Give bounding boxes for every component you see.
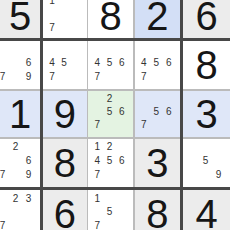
cell-value: 4: [183, 194, 230, 230]
pencil-mark: 7: [0, 219, 9, 230]
box-border-vertical-left: [40, 0, 43, 230]
cell-value: 2: [135, 0, 181, 35]
pencil-marks: 567: [135, 91, 181, 138]
cell-r1c5[interactable]: 6: [183, 0, 230, 38]
cell-value: 5: [0, 0, 40, 35]
cell-value: 3: [183, 91, 230, 138]
cell-r4c3[interactable]: 124567: [88, 139, 133, 188]
cell-r3c1[interactable]: 1: [0, 91, 40, 138]
cell-value: 6: [183, 0, 230, 35]
pencil-mark: 9: [212, 168, 225, 182]
pencil-marks: 2567: [88, 91, 133, 138]
pencil-marks: 4567: [135, 41, 181, 89]
sudoku-board: 5178266794574567456781925675673267981245…: [0, 0, 230, 230]
pencil-mark: 5: [103, 154, 115, 168]
pencil-mark: 5: [150, 106, 163, 119]
cell-r2c4[interactable]: 4567: [135, 41, 181, 89]
pencil-mark: 5: [103, 57, 115, 71]
cell-value: 3: [135, 139, 181, 188]
pencil-mark: 5: [150, 57, 163, 71]
pencil-mark: 2: [103, 93, 115, 106]
pencil-mark: 1: [46, 0, 58, 8]
cell-r2c1[interactable]: 679: [0, 41, 40, 89]
cell-r4c5[interactable]: 59: [183, 139, 230, 188]
cell-r5c3[interactable]: 157: [88, 190, 133, 230]
pencil-mark: 7: [91, 219, 103, 230]
cell-value: 8: [88, 0, 133, 35]
pencil-mark: 2: [103, 141, 115, 155]
pencil-mark: 5: [58, 57, 70, 71]
pencil-marks: 457: [43, 41, 87, 89]
cell-r1c4[interactable]: 2: [135, 0, 181, 38]
cell-r4c2[interactable]: 8: [43, 139, 87, 188]
cell-r4c1[interactable]: 2679: [0, 139, 40, 188]
pencil-mark: 5: [103, 106, 115, 119]
cell-value: 9: [43, 91, 87, 138]
pencil-mark: 3: [22, 192, 35, 206]
pencil-mark: 4: [46, 57, 58, 71]
box-border-horizontal-bottom: [0, 187, 230, 190]
cell-value: 1: [0, 91, 40, 138]
cell-r5c5[interactable]: 4: [183, 190, 230, 230]
cell-value: 8: [43, 139, 87, 188]
cell-r1c2[interactable]: 17: [43, 0, 87, 38]
pencil-marks: 157: [88, 190, 133, 230]
box-border-horizontal-top: [0, 38, 230, 41]
cell-value: 8: [183, 41, 230, 89]
pencil-mark: 6: [22, 154, 35, 168]
cell-r2c3[interactable]: 4567: [88, 41, 133, 89]
cell-r3c4[interactable]: 567: [135, 91, 181, 138]
pencil-mark: 6: [116, 57, 128, 71]
pencil-marks: 59: [183, 139, 230, 188]
pencil-mark: 7: [91, 168, 103, 182]
pencil-mark: 4: [91, 57, 103, 71]
pencil-marks: 237: [0, 190, 40, 230]
cell-r5c4[interactable]: 8: [135, 190, 181, 230]
cell-r3c3[interactable]: 2567: [88, 91, 133, 138]
cell-r3c2[interactable]: 9: [43, 91, 87, 138]
pencil-mark: 7: [91, 119, 103, 132]
pencil-mark: 6: [163, 57, 176, 71]
pencil-mark: 7: [0, 168, 9, 182]
pencil-mark: 6: [116, 154, 128, 168]
pencil-mark: 2: [9, 192, 22, 206]
cell-value: 6: [43, 194, 87, 230]
pencil-mark: 9: [22, 70, 35, 84]
pencil-mark: 7: [46, 70, 58, 84]
pencil-mark: 1: [91, 192, 103, 206]
pencil-mark: 6: [116, 106, 128, 119]
pencil-mark: 2: [9, 141, 22, 155]
pencil-mark: 4: [91, 154, 103, 168]
pencil-mark: 7: [91, 70, 103, 84]
pencil-marks: 679: [0, 41, 40, 89]
cell-value: 8: [135, 194, 181, 230]
cell-r5c1[interactable]: 237: [0, 190, 40, 230]
pencil-marks: 17: [43, 0, 87, 38]
pencil-mark: 6: [22, 57, 35, 71]
pencil-mark: 1: [91, 141, 103, 155]
cell-r1c1[interactable]: 5: [0, 0, 40, 38]
cell-r4c4[interactable]: 3: [135, 139, 181, 188]
cell-r2c5[interactable]: 8: [183, 41, 230, 89]
cell-r3c5[interactable]: 3: [183, 91, 230, 138]
pencil-mark: 5: [103, 206, 115, 220]
pencil-mark: 7: [0, 70, 9, 84]
cell-r5c2[interactable]: 6: [43, 190, 87, 230]
pencil-mark: 6: [163, 106, 176, 119]
pencil-mark: 4: [138, 57, 151, 71]
pencil-mark: 5: [199, 154, 212, 168]
pencil-mark: 7: [46, 21, 58, 35]
pencil-marks: 4567: [88, 41, 133, 89]
pencil-mark: 9: [22, 168, 35, 182]
pencil-mark: 7: [138, 119, 151, 132]
pencil-marks: 2679: [0, 139, 40, 188]
pencil-mark: 7: [138, 70, 151, 84]
cell-r2c2[interactable]: 457: [43, 41, 87, 89]
cell-r1c3[interactable]: 8: [88, 0, 133, 38]
box-border-vertical-right: [180, 0, 183, 230]
pencil-marks: 124567: [88, 139, 133, 188]
